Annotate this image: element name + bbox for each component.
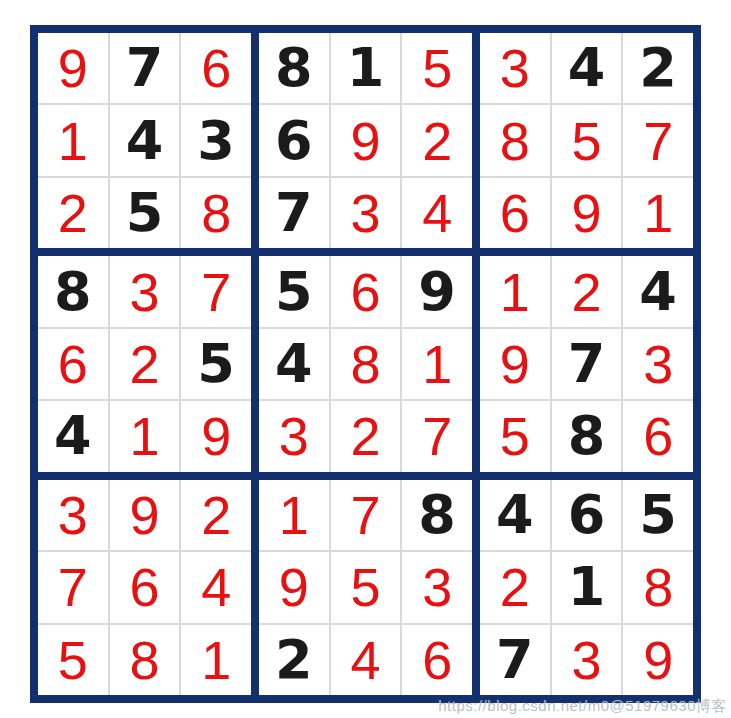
cell-r4c3[interactable]: 7 xyxy=(181,256,251,326)
cell-r2c6[interactable]: 2 xyxy=(402,105,472,175)
cell-r1c7[interactable]: 3 xyxy=(480,33,550,103)
cell-r3c9[interactable]: 1 xyxy=(623,178,693,248)
cell-r5c1[interactable]: 6 xyxy=(38,329,108,399)
cell-r7c7[interactable]: 4 xyxy=(480,480,550,550)
sudoku-page: 976143258 815692734 342857691 837625419 … xyxy=(0,0,731,718)
cell-r9c9[interactable]: 9 xyxy=(623,625,693,695)
cell-r9c3[interactable]: 1 xyxy=(181,625,251,695)
cell-r4c8[interactable]: 2 xyxy=(552,256,622,326)
cell-r3c1[interactable]: 2 xyxy=(38,178,108,248)
box-top-middle: 815692734 xyxy=(259,33,472,248)
cell-r5c6[interactable]: 1 xyxy=(402,329,472,399)
cell-r5c3[interactable]: 5 xyxy=(181,329,251,399)
cell-r9c7[interactable]: 7 xyxy=(480,625,550,695)
box-middle-middle: 569481327 xyxy=(259,256,472,471)
cell-r5c7[interactable]: 9 xyxy=(480,329,550,399)
cell-r6c6[interactable]: 7 xyxy=(402,401,472,471)
cell-r3c8[interactable]: 9 xyxy=(552,178,622,248)
cell-r6c5[interactable]: 2 xyxy=(331,401,401,471)
box-top-left: 976143258 xyxy=(38,33,251,248)
cell-r3c7[interactable]: 6 xyxy=(480,178,550,248)
cell-r8c4[interactable]: 9 xyxy=(259,552,329,622)
cell-r3c2[interactable]: 5 xyxy=(110,178,180,248)
cell-r6c2[interactable]: 1 xyxy=(110,401,180,471)
cell-r2c7[interactable]: 8 xyxy=(480,105,550,175)
cell-r8c7[interactable]: 2 xyxy=(480,552,550,622)
cell-r8c8[interactable]: 1 xyxy=(552,552,622,622)
cell-r7c1[interactable]: 3 xyxy=(38,480,108,550)
cell-r3c6[interactable]: 4 xyxy=(402,178,472,248)
cell-r4c1[interactable]: 8 xyxy=(38,256,108,326)
cell-r2c1[interactable]: 1 xyxy=(38,105,108,175)
cell-r7c2[interactable]: 9 xyxy=(110,480,180,550)
cell-r1c4[interactable]: 8 xyxy=(259,33,329,103)
cell-r8c9[interactable]: 8 xyxy=(623,552,693,622)
cell-r2c8[interactable]: 5 xyxy=(552,105,622,175)
cell-r1c2[interactable]: 7 xyxy=(110,33,180,103)
cell-r1c3[interactable]: 6 xyxy=(181,33,251,103)
cell-r5c4[interactable]: 4 xyxy=(259,329,329,399)
cell-r1c5[interactable]: 1 xyxy=(331,33,401,103)
cell-r1c6[interactable]: 5 xyxy=(402,33,472,103)
cell-r6c3[interactable]: 9 xyxy=(181,401,251,471)
cell-r5c8[interactable]: 7 xyxy=(552,329,622,399)
cell-r9c4[interactable]: 2 xyxy=(259,625,329,695)
cell-r8c2[interactable]: 6 xyxy=(110,552,180,622)
cell-r4c2[interactable]: 3 xyxy=(110,256,180,326)
box-middle-left: 837625419 xyxy=(38,256,251,471)
cell-r7c4[interactable]: 1 xyxy=(259,480,329,550)
cell-r1c8[interactable]: 4 xyxy=(552,33,622,103)
cell-r4c4[interactable]: 5 xyxy=(259,256,329,326)
cell-r2c5[interactable]: 9 xyxy=(331,105,401,175)
cell-r9c8[interactable]: 3 xyxy=(552,625,622,695)
cell-r5c5[interactable]: 8 xyxy=(331,329,401,399)
cell-r9c6[interactable]: 6 xyxy=(402,625,472,695)
cell-r7c8[interactable]: 6 xyxy=(552,480,622,550)
cell-r4c9[interactable]: 4 xyxy=(623,256,693,326)
cell-r2c3[interactable]: 3 xyxy=(181,105,251,175)
box-middle-right: 124973586 xyxy=(480,256,693,471)
cell-r4c5[interactable]: 6 xyxy=(331,256,401,326)
cell-r7c5[interactable]: 7 xyxy=(331,480,401,550)
box-top-right: 342857691 xyxy=(480,33,693,248)
cell-r6c7[interactable]: 5 xyxy=(480,401,550,471)
cell-r8c3[interactable]: 4 xyxy=(181,552,251,622)
cell-r4c7[interactable]: 1 xyxy=(480,256,550,326)
cell-r1c1[interactable]: 9 xyxy=(38,33,108,103)
cell-r4c6[interactable]: 9 xyxy=(402,256,472,326)
box-bottom-right: 465218739 xyxy=(480,480,693,695)
cell-r7c3[interactable]: 2 xyxy=(181,480,251,550)
cell-r9c2[interactable]: 8 xyxy=(110,625,180,695)
cell-r8c6[interactable]: 3 xyxy=(402,552,472,622)
cell-r9c1[interactable]: 5 xyxy=(38,625,108,695)
cell-r7c9[interactable]: 5 xyxy=(623,480,693,550)
box-bottom-left: 392764581 xyxy=(38,480,251,695)
cell-r3c4[interactable]: 7 xyxy=(259,178,329,248)
cell-r2c2[interactable]: 4 xyxy=(110,105,180,175)
cell-r6c4[interactable]: 3 xyxy=(259,401,329,471)
cell-r9c5[interactable]: 4 xyxy=(331,625,401,695)
cell-r6c8[interactable]: 8 xyxy=(552,401,622,471)
cell-r2c4[interactable]: 6 xyxy=(259,105,329,175)
cell-r7c6[interactable]: 8 xyxy=(402,480,472,550)
cell-r8c1[interactable]: 7 xyxy=(38,552,108,622)
cell-r6c9[interactable]: 6 xyxy=(623,401,693,471)
cell-r6c1[interactable]: 4 xyxy=(38,401,108,471)
cell-r1c9[interactable]: 2 xyxy=(623,33,693,103)
cell-r2c9[interactable]: 7 xyxy=(623,105,693,175)
sudoku-board: 976143258 815692734 342857691 837625419 … xyxy=(30,25,701,703)
cell-r3c3[interactable]: 8 xyxy=(181,178,251,248)
box-bottom-middle: 178953246 xyxy=(259,480,472,695)
cell-r5c9[interactable]: 3 xyxy=(623,329,693,399)
cell-r8c5[interactable]: 5 xyxy=(331,552,401,622)
cell-r3c5[interactable]: 3 xyxy=(331,178,401,248)
cell-r5c2[interactable]: 2 xyxy=(110,329,180,399)
